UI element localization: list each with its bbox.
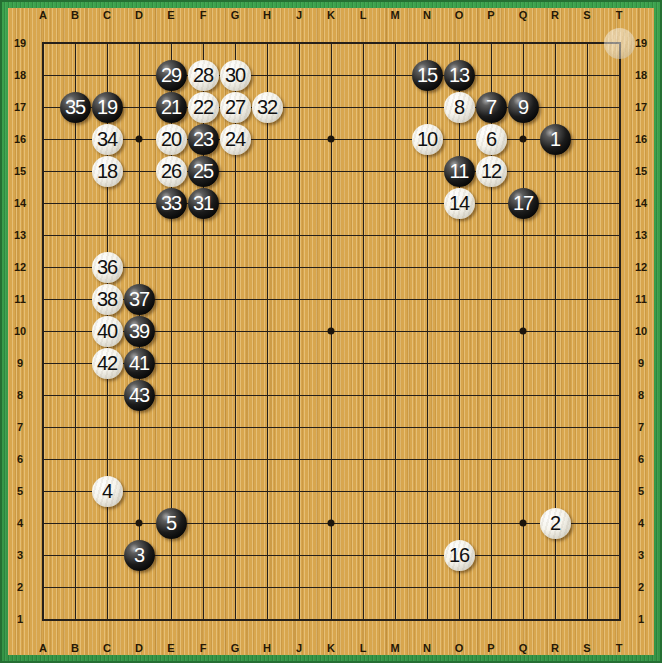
intersection[interactable]	[603, 571, 635, 603]
intersection[interactable]	[347, 91, 379, 123]
intersection[interactable]: 24	[219, 123, 251, 155]
intersection[interactable]	[379, 219, 411, 251]
intersection[interactable]	[219, 539, 251, 571]
intersection[interactable]	[155, 475, 187, 507]
intersection[interactable]	[219, 475, 251, 507]
intersection[interactable]	[475, 219, 507, 251]
intersection[interactable]	[571, 315, 603, 347]
intersection[interactable]	[59, 219, 91, 251]
intersection[interactable]	[603, 347, 635, 379]
intersection[interactable]	[315, 379, 347, 411]
intersection[interactable]	[411, 155, 443, 187]
intersection[interactable]: 29	[155, 59, 187, 91]
intersection[interactable]	[347, 475, 379, 507]
intersection[interactable]	[251, 187, 283, 219]
intersection[interactable]	[219, 347, 251, 379]
intersection[interactable]	[315, 603, 347, 635]
intersection[interactable]	[347, 411, 379, 443]
intersection[interactable]	[539, 347, 571, 379]
intersection[interactable]	[315, 411, 347, 443]
intersection[interactable]: 16	[443, 539, 475, 571]
intersection[interactable]	[507, 59, 539, 91]
intersection[interactable]	[315, 123, 347, 155]
intersection[interactable]	[59, 187, 91, 219]
intersection[interactable]	[123, 27, 155, 59]
intersection[interactable]	[539, 315, 571, 347]
intersection[interactable]	[283, 411, 315, 443]
intersection[interactable]	[27, 59, 59, 91]
intersection[interactable]	[187, 347, 219, 379]
intersection[interactable]	[219, 283, 251, 315]
intersection[interactable]	[443, 443, 475, 475]
intersection[interactable]	[27, 187, 59, 219]
intersection[interactable]	[91, 571, 123, 603]
intersection[interactable]	[539, 379, 571, 411]
intersection[interactable]	[507, 123, 539, 155]
intersection[interactable]	[59, 443, 91, 475]
intersection[interactable]	[59, 27, 91, 59]
intersection[interactable]	[219, 187, 251, 219]
intersection[interactable]	[571, 251, 603, 283]
intersection[interactable]	[283, 155, 315, 187]
intersection[interactable]	[59, 155, 91, 187]
intersection[interactable]	[507, 379, 539, 411]
intersection[interactable]: 14	[443, 187, 475, 219]
intersection[interactable]	[347, 59, 379, 91]
intersection[interactable]	[251, 251, 283, 283]
intersection[interactable]: 23	[187, 123, 219, 155]
intersection[interactable]	[27, 315, 59, 347]
intersection[interactable]	[219, 155, 251, 187]
intersection[interactable]	[123, 123, 155, 155]
intersection[interactable]	[187, 251, 219, 283]
intersection[interactable]: 31	[187, 187, 219, 219]
intersection[interactable]	[571, 27, 603, 59]
intersection[interactable]: 2	[539, 507, 571, 539]
intersection[interactable]: 42	[91, 347, 123, 379]
intersection[interactable]	[347, 283, 379, 315]
intersection[interactable]	[91, 59, 123, 91]
intersection[interactable]	[411, 283, 443, 315]
intersection[interactable]	[219, 27, 251, 59]
intersection[interactable]	[59, 411, 91, 443]
intersection[interactable]	[443, 603, 475, 635]
intersection[interactable]	[59, 475, 91, 507]
intersection[interactable]	[475, 27, 507, 59]
intersection[interactable]	[123, 475, 155, 507]
intersection[interactable]	[411, 251, 443, 283]
intersection[interactable]	[507, 571, 539, 603]
intersection[interactable]	[251, 27, 283, 59]
intersection[interactable]	[379, 155, 411, 187]
intersection[interactable]	[475, 411, 507, 443]
intersection[interactable]	[27, 283, 59, 315]
intersection[interactable]	[507, 251, 539, 283]
intersection[interactable]	[347, 27, 379, 59]
intersection[interactable]: 27	[219, 91, 251, 123]
intersection[interactable]	[91, 539, 123, 571]
intersection[interactable]	[123, 507, 155, 539]
intersection[interactable]: 6	[475, 123, 507, 155]
intersection[interactable]	[123, 91, 155, 123]
intersection[interactable]	[443, 251, 475, 283]
intersection[interactable]	[443, 283, 475, 315]
intersection[interactable]: 8	[443, 91, 475, 123]
intersection[interactable]	[27, 219, 59, 251]
intersection[interactable]	[187, 27, 219, 59]
intersection[interactable]	[443, 475, 475, 507]
intersection[interactable]	[603, 59, 635, 91]
intersection[interactable]	[251, 283, 283, 315]
intersection[interactable]	[251, 379, 283, 411]
intersection[interactable]	[347, 347, 379, 379]
intersection[interactable]	[123, 603, 155, 635]
intersection[interactable]	[507, 411, 539, 443]
intersection[interactable]	[315, 315, 347, 347]
intersection[interactable]	[411, 219, 443, 251]
intersection[interactable]	[315, 251, 347, 283]
intersection[interactable]: 38	[91, 283, 123, 315]
intersection[interactable]	[315, 507, 347, 539]
intersection[interactable]	[347, 155, 379, 187]
intersection[interactable]	[59, 347, 91, 379]
intersection[interactable]	[59, 283, 91, 315]
intersection[interactable]: 1	[539, 123, 571, 155]
intersection[interactable]	[155, 219, 187, 251]
intersection[interactable]	[539, 91, 571, 123]
intersection[interactable]	[155, 347, 187, 379]
intersection[interactable]	[571, 571, 603, 603]
intersection[interactable]	[603, 315, 635, 347]
intersection[interactable]	[27, 475, 59, 507]
intersection[interactable]	[603, 539, 635, 571]
intersection[interactable]	[251, 443, 283, 475]
intersection[interactable]	[443, 507, 475, 539]
intersection[interactable]: 22	[187, 91, 219, 123]
intersection[interactable]	[347, 603, 379, 635]
intersection[interactable]	[347, 539, 379, 571]
intersection[interactable]: 28	[187, 59, 219, 91]
intersection[interactable]	[571, 411, 603, 443]
intersection[interactable]	[379, 59, 411, 91]
intersection[interactable]	[155, 603, 187, 635]
intersection[interactable]: 39	[123, 315, 155, 347]
intersection[interactable]	[123, 187, 155, 219]
intersection[interactable]	[539, 187, 571, 219]
intersection[interactable]: 35	[59, 91, 91, 123]
intersection[interactable]	[155, 251, 187, 283]
intersection[interactable]	[155, 443, 187, 475]
intersection[interactable]	[571, 59, 603, 91]
intersection[interactable]	[571, 475, 603, 507]
intersection[interactable]	[155, 411, 187, 443]
intersection[interactable]	[411, 507, 443, 539]
intersection[interactable]	[443, 27, 475, 59]
intersection[interactable]	[539, 539, 571, 571]
intersection[interactable]	[539, 283, 571, 315]
intersection[interactable]	[187, 603, 219, 635]
intersection[interactable]: 32	[251, 91, 283, 123]
intersection[interactable]	[251, 571, 283, 603]
intersection[interactable]	[123, 571, 155, 603]
intersection[interactable]	[187, 315, 219, 347]
intersection[interactable]	[91, 411, 123, 443]
intersection[interactable]	[379, 251, 411, 283]
intersection[interactable]	[59, 603, 91, 635]
intersection[interactable]	[187, 283, 219, 315]
intersection[interactable]	[603, 443, 635, 475]
intersection[interactable]	[571, 379, 603, 411]
intersection[interactable]	[219, 507, 251, 539]
intersection[interactable]	[603, 251, 635, 283]
intersection[interactable]: 12	[475, 155, 507, 187]
intersection[interactable]	[475, 379, 507, 411]
intersection[interactable]	[123, 443, 155, 475]
intersection[interactable]	[603, 187, 635, 219]
intersection[interactable]	[603, 123, 635, 155]
intersection[interactable]	[571, 187, 603, 219]
intersection[interactable]	[411, 187, 443, 219]
intersection[interactable]	[347, 571, 379, 603]
intersection[interactable]: 41	[123, 347, 155, 379]
intersection[interactable]	[411, 539, 443, 571]
intersection[interactable]	[59, 123, 91, 155]
intersection[interactable]	[539, 411, 571, 443]
intersection[interactable]	[91, 379, 123, 411]
intersection[interactable]	[91, 187, 123, 219]
intersection[interactable]	[315, 91, 347, 123]
intersection[interactable]: 34	[91, 123, 123, 155]
intersection[interactable]	[443, 411, 475, 443]
intersection[interactable]	[571, 603, 603, 635]
intersection[interactable]	[571, 123, 603, 155]
intersection[interactable]	[347, 251, 379, 283]
intersection[interactable]	[219, 251, 251, 283]
intersection[interactable]: 15	[411, 59, 443, 91]
intersection[interactable]	[59, 379, 91, 411]
intersection[interactable]	[219, 443, 251, 475]
intersection[interactable]	[379, 379, 411, 411]
intersection[interactable]	[123, 219, 155, 251]
intersection[interactable]	[59, 507, 91, 539]
intersection[interactable]	[603, 507, 635, 539]
intersection[interactable]	[219, 571, 251, 603]
intersection[interactable]	[187, 571, 219, 603]
intersection[interactable]	[507, 475, 539, 507]
intersection[interactable]	[603, 155, 635, 187]
intersection[interactable]: 36	[91, 251, 123, 283]
intersection[interactable]	[507, 443, 539, 475]
intersection[interactable]	[443, 347, 475, 379]
intersection[interactable]	[251, 475, 283, 507]
intersection[interactable]	[187, 379, 219, 411]
intersection[interactable]	[155, 539, 187, 571]
intersection[interactable]	[283, 219, 315, 251]
intersection[interactable]	[283, 475, 315, 507]
intersection[interactable]	[251, 123, 283, 155]
intersection[interactable]	[315, 571, 347, 603]
intersection[interactable]	[27, 507, 59, 539]
intersection[interactable]	[283, 539, 315, 571]
intersection[interactable]	[379, 475, 411, 507]
intersection[interactable]	[155, 315, 187, 347]
intersection[interactable]	[539, 251, 571, 283]
intersection[interactable]: 30	[219, 59, 251, 91]
intersection[interactable]	[507, 347, 539, 379]
intersection[interactable]	[315, 539, 347, 571]
intersection[interactable]	[315, 155, 347, 187]
intersection[interactable]: 20	[155, 123, 187, 155]
intersection[interactable]	[411, 91, 443, 123]
intersection[interactable]	[411, 27, 443, 59]
intersection[interactable]	[187, 475, 219, 507]
intersection[interactable]	[539, 571, 571, 603]
intersection[interactable]	[91, 443, 123, 475]
intersection[interactable]	[315, 283, 347, 315]
intersection[interactable]	[315, 347, 347, 379]
intersection[interactable]	[91, 27, 123, 59]
intersection[interactable]	[475, 603, 507, 635]
intersection[interactable]	[27, 347, 59, 379]
intersection[interactable]	[571, 155, 603, 187]
intersection[interactable]	[539, 59, 571, 91]
intersection[interactable]	[603, 475, 635, 507]
intersection[interactable]	[539, 443, 571, 475]
intersection[interactable]	[283, 251, 315, 283]
intersection[interactable]	[251, 347, 283, 379]
intersection[interactable]: 25	[187, 155, 219, 187]
intersection[interactable]	[571, 347, 603, 379]
intersection[interactable]	[91, 219, 123, 251]
intersection[interactable]	[251, 155, 283, 187]
intersection[interactable]: 11	[443, 155, 475, 187]
intersection[interactable]	[475, 507, 507, 539]
intersection[interactable]	[603, 411, 635, 443]
intersection[interactable]	[283, 603, 315, 635]
intersection[interactable]	[315, 219, 347, 251]
intersection[interactable]	[539, 475, 571, 507]
intersection[interactable]	[283, 59, 315, 91]
intersection[interactable]	[315, 475, 347, 507]
intersection[interactable]	[27, 571, 59, 603]
intersection[interactable]	[379, 571, 411, 603]
intersection[interactable]: 10	[411, 123, 443, 155]
intersection[interactable]	[603, 379, 635, 411]
intersection[interactable]	[603, 219, 635, 251]
intersection[interactable]	[475, 187, 507, 219]
intersection[interactable]	[507, 603, 539, 635]
intersection[interactable]	[347, 219, 379, 251]
intersection[interactable]	[219, 603, 251, 635]
intersection[interactable]	[347, 187, 379, 219]
intersection[interactable]	[187, 539, 219, 571]
intersection[interactable]	[411, 347, 443, 379]
intersection[interactable]: 18	[91, 155, 123, 187]
intersection[interactable]	[59, 315, 91, 347]
intersection[interactable]	[123, 251, 155, 283]
intersection[interactable]: 17	[507, 187, 539, 219]
intersection[interactable]	[507, 539, 539, 571]
intersection[interactable]	[283, 123, 315, 155]
intersection[interactable]	[283, 347, 315, 379]
intersection[interactable]	[379, 539, 411, 571]
intersection[interactable]	[379, 411, 411, 443]
intersection[interactable]: 19	[91, 91, 123, 123]
intersection[interactable]: 37	[123, 283, 155, 315]
intersection[interactable]	[315, 187, 347, 219]
intersection[interactable]: 3	[123, 539, 155, 571]
intersection[interactable]	[283, 187, 315, 219]
intersection[interactable]	[539, 27, 571, 59]
intersection[interactable]	[315, 443, 347, 475]
intersection[interactable]: 33	[155, 187, 187, 219]
intersection[interactable]	[507, 315, 539, 347]
intersection[interactable]	[283, 283, 315, 315]
intersection[interactable]	[507, 283, 539, 315]
intersection[interactable]	[283, 315, 315, 347]
intersection[interactable]	[571, 91, 603, 123]
intersection[interactable]	[283, 443, 315, 475]
intersection[interactable]	[379, 443, 411, 475]
intersection[interactable]: 21	[155, 91, 187, 123]
intersection[interactable]	[187, 219, 219, 251]
intersection[interactable]	[507, 507, 539, 539]
intersection[interactable]	[251, 507, 283, 539]
intersection[interactable]	[571, 283, 603, 315]
intersection[interactable]	[411, 571, 443, 603]
intersection[interactable]	[283, 571, 315, 603]
intersection[interactable]	[27, 603, 59, 635]
intersection[interactable]	[283, 507, 315, 539]
intersection[interactable]	[91, 603, 123, 635]
intersection[interactable]	[411, 443, 443, 475]
intersection[interactable]: 43	[123, 379, 155, 411]
intersection[interactable]	[59, 539, 91, 571]
intersection[interactable]	[475, 571, 507, 603]
intersection[interactable]	[27, 91, 59, 123]
intersection[interactable]	[27, 411, 59, 443]
intersection[interactable]	[443, 219, 475, 251]
intersection[interactable]	[27, 539, 59, 571]
intersection[interactable]	[123, 411, 155, 443]
intersection[interactable]	[27, 379, 59, 411]
intersection[interactable]	[507, 155, 539, 187]
intersection[interactable]	[379, 123, 411, 155]
intersection[interactable]	[27, 155, 59, 187]
intersection[interactable]	[251, 603, 283, 635]
intersection[interactable]	[219, 315, 251, 347]
intersection[interactable]	[155, 379, 187, 411]
intersection[interactable]	[123, 155, 155, 187]
intersection[interactable]	[443, 123, 475, 155]
intersection[interactable]: 40	[91, 315, 123, 347]
intersection[interactable]	[411, 603, 443, 635]
intersection[interactable]	[603, 283, 635, 315]
intersection[interactable]	[59, 571, 91, 603]
intersection[interactable]	[123, 59, 155, 91]
intersection[interactable]	[283, 91, 315, 123]
intersection[interactable]	[379, 507, 411, 539]
intersection[interactable]	[571, 539, 603, 571]
intersection[interactable]	[379, 603, 411, 635]
intersection[interactable]	[379, 27, 411, 59]
intersection[interactable]	[411, 475, 443, 507]
intersection[interactable]	[571, 507, 603, 539]
intersection[interactable]	[475, 283, 507, 315]
intersection[interactable]: 4	[91, 475, 123, 507]
intersection[interactable]	[475, 59, 507, 91]
intersection[interactable]	[315, 59, 347, 91]
